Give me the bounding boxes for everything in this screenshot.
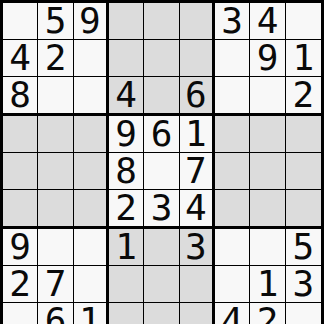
cell-r8c5[interactable] — [144, 266, 179, 303]
cell-r9c2[interactable]: 6 — [38, 303, 73, 324]
cell-r6c9[interactable] — [286, 190, 321, 229]
cell-r7c2[interactable] — [38, 229, 73, 266]
cell-r2c5[interactable] — [144, 40, 179, 77]
cell-r8c9[interactable]: 3 — [286, 266, 321, 303]
cell-r7c6[interactable]: 3 — [180, 229, 215, 266]
cell-r2c7[interactable] — [215, 40, 250, 77]
given-digit: 6 — [151, 116, 173, 152]
given-digit: 3 — [221, 3, 243, 39]
cell-r7c4[interactable]: 1 — [109, 229, 144, 266]
cell-r7c3[interactable] — [74, 229, 109, 266]
cell-r5c2[interactable] — [38, 153, 73, 190]
given-digit: 2 — [292, 77, 314, 113]
cell-r6c8[interactable] — [250, 190, 285, 229]
cell-r4c6[interactable]: 1 — [180, 116, 215, 153]
cell-r9c8[interactable]: 2 — [250, 303, 285, 324]
cell-r9c7[interactable]: 4 — [215, 303, 250, 324]
given-digit: 5 — [292, 229, 314, 265]
cell-r7c1[interactable]: 9 — [3, 229, 38, 266]
cell-r6c6[interactable]: 4 — [180, 190, 215, 229]
given-digit: 2 — [9, 266, 31, 302]
cell-r9c5[interactable] — [144, 303, 179, 324]
cell-r5c9[interactable] — [286, 153, 321, 190]
cell-r5c1[interactable] — [3, 153, 38, 190]
cell-r8c2[interactable]: 7 — [38, 266, 73, 303]
given-digit: 9 — [257, 40, 279, 76]
cell-r2c4[interactable] — [109, 40, 144, 77]
cell-r1c4[interactable] — [109, 3, 144, 40]
cell-r1c5[interactable] — [144, 3, 179, 40]
given-digit: 1 — [257, 266, 279, 302]
cell-r4c8[interactable] — [250, 116, 285, 153]
cell-r6c7[interactable] — [215, 190, 250, 229]
cell-r8c4[interactable] — [109, 266, 144, 303]
cell-r5c5[interactable] — [144, 153, 179, 190]
given-digit: 1 — [185, 116, 207, 152]
cell-r1c9[interactable] — [286, 3, 321, 40]
cell-r4c3[interactable] — [74, 116, 109, 153]
cell-r2c1[interactable]: 4 — [3, 40, 38, 77]
cell-r3c5[interactable] — [144, 77, 179, 116]
given-digit: 3 — [292, 266, 314, 302]
cell-r4c4[interactable]: 9 — [109, 116, 144, 153]
given-digit: 4 — [9, 40, 31, 76]
given-digit: 8 — [9, 77, 31, 113]
cell-r7c8[interactable] — [250, 229, 285, 266]
given-digit: 9 — [115, 116, 137, 152]
cell-r1c1[interactable] — [3, 3, 38, 40]
given-digit: 1 — [79, 303, 101, 324]
cell-r9c1[interactable] — [3, 303, 38, 324]
given-digit: 3 — [151, 190, 173, 226]
cell-r6c5[interactable]: 3 — [144, 190, 179, 229]
cell-r1c7[interactable]: 3 — [215, 3, 250, 40]
cell-r5c3[interactable] — [74, 153, 109, 190]
cell-r5c7[interactable] — [215, 153, 250, 190]
cell-r3c1[interactable]: 8 — [3, 77, 38, 116]
cell-r2c8[interactable]: 9 — [250, 40, 285, 77]
cell-r4c2[interactable] — [38, 116, 73, 153]
given-digit: 5 — [45, 3, 67, 39]
given-digit: 7 — [185, 153, 207, 189]
cell-r7c5[interactable] — [144, 229, 179, 266]
cell-r6c4[interactable]: 2 — [109, 190, 144, 229]
sudoku-board: 59344291846296187234913527136142 — [0, 0, 324, 324]
given-digit: 7 — [45, 266, 67, 302]
given-digit: 9 — [9, 229, 31, 265]
cell-r3c4[interactable]: 4 — [109, 77, 144, 116]
cell-r5c6[interactable]: 7 — [180, 153, 215, 190]
given-digit: 4 — [221, 303, 243, 324]
given-digit: 6 — [185, 77, 207, 113]
given-digit: 2 — [45, 40, 67, 76]
cell-r3c3[interactable] — [74, 77, 109, 116]
cell-r5c4[interactable]: 8 — [109, 153, 144, 190]
cell-r3c6[interactable]: 6 — [180, 77, 215, 116]
given-digit: 4 — [257, 3, 279, 39]
cell-r6c1[interactable] — [3, 190, 38, 229]
given-digit: 1 — [115, 229, 137, 265]
cell-r1c3[interactable]: 9 — [74, 3, 109, 40]
cell-r7c9[interactable]: 5 — [286, 229, 321, 266]
cell-r9c6[interactable] — [180, 303, 215, 324]
given-digit: 4 — [185, 190, 207, 226]
cell-r8c6[interactable] — [180, 266, 215, 303]
given-digit: 3 — [185, 229, 207, 265]
given-digit: 6 — [45, 303, 67, 324]
cell-r6c3[interactable] — [74, 190, 109, 229]
cell-r2c9[interactable]: 1 — [286, 40, 321, 77]
cell-r3c8[interactable] — [250, 77, 285, 116]
given-digit: 1 — [292, 40, 314, 76]
cell-r1c2[interactable]: 5 — [38, 3, 73, 40]
cell-r9c3[interactable]: 1 — [74, 303, 109, 324]
given-digit: 4 — [115, 77, 137, 113]
given-digit: 9 — [79, 3, 101, 39]
cell-r8c1[interactable]: 2 — [3, 266, 38, 303]
cell-r3c7[interactable] — [215, 77, 250, 116]
cell-r2c3[interactable] — [74, 40, 109, 77]
cell-r7c7[interactable] — [215, 229, 250, 266]
cell-r3c9[interactable]: 2 — [286, 77, 321, 116]
cell-r9c9[interactable] — [286, 303, 321, 324]
cell-r3c2[interactable] — [38, 77, 73, 116]
cell-r9c4[interactable] — [109, 303, 144, 324]
cell-r1c8[interactable]: 4 — [250, 3, 285, 40]
cell-r8c3[interactable] — [74, 266, 109, 303]
cell-r2c6[interactable] — [180, 40, 215, 77]
cell-r4c9[interactable] — [286, 116, 321, 153]
cell-r2c2[interactable]: 2 — [38, 40, 73, 77]
given-digit: 8 — [115, 153, 137, 189]
cell-r5c8[interactable] — [250, 153, 285, 190]
cell-r6c2[interactable] — [38, 190, 73, 229]
cell-r4c7[interactable] — [215, 116, 250, 153]
cell-r8c7[interactable] — [215, 266, 250, 303]
given-digit: 2 — [115, 190, 137, 226]
cell-r4c1[interactable] — [3, 116, 38, 153]
cell-r8c8[interactable]: 1 — [250, 266, 285, 303]
given-digit: 2 — [257, 303, 279, 324]
cell-r1c6[interactable] — [180, 3, 215, 40]
cell-r4c5[interactable]: 6 — [144, 116, 179, 153]
